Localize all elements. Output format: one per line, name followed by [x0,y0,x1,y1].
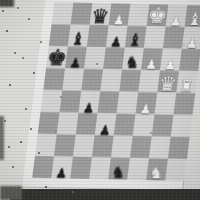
square-h8: ♝ [185,5,200,27]
chess-board: ♛♟♚♟♝♝♟♝♟♚♟♞♟♟♛♜♟♟♟♟♞♞ [32,2,200,181]
square-g5: ♛ [157,70,179,92]
piece-black-knight: ♞ [124,55,140,71]
piece-white-knight: ♞ [148,165,164,181]
piece-black-knight: ♞ [110,164,126,180]
piece-black-pawn: ♟ [69,57,82,70]
square-c8: ♛ [90,3,112,25]
piece-white-pawn: ♟ [145,58,158,71]
piece-white-pawn: ♟ [185,37,198,50]
square-h7: ♟ [182,27,200,49]
table-edge-strip [10,189,200,200]
piece-white-bishop: ♝ [186,11,200,28]
piece-white-rook: ♜ [178,78,194,94]
piece-white-pawn: ♟ [112,13,125,26]
square-h4 [173,93,195,115]
piece-white-pawn: ♟ [164,59,177,72]
square-h5: ♜ [176,71,198,93]
square-f8: ♚ [147,4,169,26]
photo-dark-blob [0,0,14,7]
chess-board-photo: ♛♟♚♟♝♝♟♝♟♚♟♞♟♟♛♜♟♟♟♟♞♞ [22,0,200,191]
photo-edge-shadow [0,116,4,160]
photo-corner-shadow [0,186,22,200]
square-h1 [165,159,187,181]
piece-white-king: ♚ [146,5,169,27]
piece-black-pawn: ♟ [109,35,122,48]
piece-white-pawn: ♟ [169,15,182,28]
board-border: ♛♟♚♟♝♝♟♝♟♚♟♞♟♟♛♜♟♟♟♟♞♞ [22,0,200,191]
piece-white-pawn: ♟ [139,102,152,115]
piece-black-bishop: ♝ [70,31,87,48]
square-h2 [168,137,190,159]
piece-white-queen: ♛ [158,73,178,93]
piece-black-pawn: ♟ [98,123,111,136]
piece-black-bishop: ♝ [127,32,144,49]
piece-black-king: ♚ [46,47,69,69]
square-h6 [179,49,200,71]
piece-black-pawn: ♟ [55,166,68,179]
piece-black-queen: ♛ [90,6,110,26]
square-h3 [171,115,193,137]
square-a6: ♚ [46,46,68,68]
piece-black-pawn: ♟ [82,101,95,114]
